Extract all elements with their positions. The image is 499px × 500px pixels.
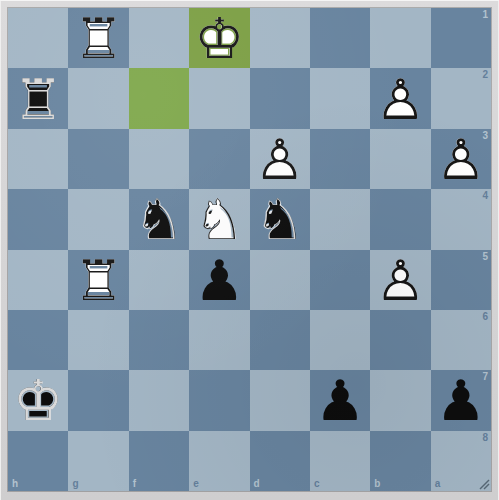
square-b8[interactable]: b (370, 431, 430, 491)
square-b2[interactable]: ♟♙ (370, 68, 430, 128)
square-a1[interactable]: 1 (431, 8, 491, 68)
white-pawn-outline: ♙ (431, 130, 491, 190)
black-knight[interactable]: ♞♘ (250, 189, 310, 249)
coord-file-c: c (314, 479, 320, 489)
black-knight[interactable]: ♞♘ (129, 189, 189, 249)
square-h3[interactable] (8, 129, 68, 189)
white-knight-outline: ♘ (189, 190, 249, 250)
white-king[interactable]: ♚♔ (189, 8, 249, 68)
black-knight-detail: ♘ (129, 190, 189, 250)
coord-rank-2: 2 (482, 70, 488, 80)
black-rook-glyph: ♜ (8, 69, 68, 129)
square-e4[interactable]: ♞♘ (189, 189, 249, 249)
square-f7[interactable] (129, 370, 189, 430)
white-pawn[interactable]: ♟♙ (370, 250, 430, 310)
white-knight-glyph: ♞ (189, 190, 249, 250)
square-g2[interactable] (68, 68, 128, 128)
square-b5[interactable]: ♟♙ (370, 250, 430, 310)
square-g3[interactable] (68, 129, 128, 189)
square-h4[interactable] (8, 189, 68, 249)
square-g7[interactable] (68, 370, 128, 430)
white-king-glyph: ♚ (189, 9, 249, 69)
white-pawn-outline: ♙ (370, 69, 430, 129)
coord-rank-1: 1 (482, 10, 488, 20)
white-pawn-glyph: ♟ (250, 130, 310, 190)
coord-file-h: h (12, 479, 18, 489)
square-f1[interactable] (129, 8, 189, 68)
coord-rank-4: 4 (482, 191, 488, 201)
black-knight-glyph: ♞ (250, 190, 310, 250)
square-b7[interactable] (370, 370, 430, 430)
square-h5[interactable] (8, 250, 68, 310)
square-c1[interactable] (310, 8, 370, 68)
square-c8[interactable]: c (310, 431, 370, 491)
square-h8[interactable]: h (8, 431, 68, 491)
black-knight-detail: ♘ (250, 190, 310, 250)
square-g4[interactable] (68, 189, 128, 249)
white-king-outline: ♔ (189, 9, 249, 69)
black-pawn-glyph: ♟ (431, 371, 491, 431)
square-e8[interactable]: e (189, 431, 249, 491)
white-pawn-glyph: ♟ (370, 69, 430, 129)
square-a7[interactable]: 7♟ (431, 370, 491, 430)
white-pawn-glyph: ♟ (370, 251, 430, 311)
square-g5[interactable]: ♜♖ (68, 250, 128, 310)
square-c5[interactable] (310, 250, 370, 310)
square-e5[interactable]: ♟ (189, 250, 249, 310)
diagonal-grip-icon[interactable] (477, 477, 490, 490)
white-rook[interactable]: ♜♖ (68, 250, 128, 310)
board: ♜♖♚♔1♜♖♟♙2♟♙3♟♙♞♘♞♘♞♘4♜♖♟♟♙56♚♔♟7♟hgfedc… (8, 8, 491, 491)
coord-rank-5: 5 (482, 252, 488, 262)
square-h2[interactable]: ♜♖ (8, 68, 68, 128)
square-h1[interactable] (8, 8, 68, 68)
square-d1[interactable] (250, 8, 310, 68)
square-b3[interactable] (370, 129, 430, 189)
coord-file-f: f (133, 479, 136, 489)
black-knight-glyph: ♞ (129, 190, 189, 250)
square-b6[interactable] (370, 310, 430, 370)
square-c6[interactable] (310, 310, 370, 370)
black-pawn[interactable]: ♟ (310, 370, 370, 430)
white-knight[interactable]: ♞♘ (189, 189, 249, 249)
coord-file-a: a (435, 479, 441, 489)
white-pawn[interactable]: ♟♙ (431, 129, 491, 189)
black-rook[interactable]: ♜♖ (8, 68, 68, 128)
square-h7[interactable]: ♚♔ (8, 370, 68, 430)
square-c7[interactable]: ♟ (310, 370, 370, 430)
black-king-detail: ♔ (8, 371, 68, 431)
white-rook-outline: ♖ (68, 9, 128, 69)
coord-file-d: d (254, 479, 260, 489)
square-a4[interactable]: 4 (431, 189, 491, 249)
square-b4[interactable] (370, 189, 430, 249)
square-a5[interactable]: 5 (431, 250, 491, 310)
square-d2[interactable] (250, 68, 310, 128)
square-a6[interactable]: 6 (431, 310, 491, 370)
white-pawn-glyph: ♟ (431, 130, 491, 190)
square-g6[interactable] (68, 310, 128, 370)
white-pawn[interactable]: ♟♙ (370, 68, 430, 128)
square-f6[interactable] (129, 310, 189, 370)
square-a3[interactable]: 3♟♙ (431, 129, 491, 189)
board-frame: ♜♖♚♔1♜♖♟♙2♟♙3♟♙♞♘♞♘♞♘4♜♖♟♟♙56♚♔♟7♟hgfedc… (0, 0, 499, 500)
square-g1[interactable]: ♜♖ (68, 8, 128, 68)
coord-rank-6: 6 (482, 312, 488, 322)
black-rook-detail: ♖ (8, 69, 68, 129)
coord-file-b: b (374, 479, 380, 489)
square-e2[interactable] (189, 68, 249, 128)
square-f3[interactable] (129, 129, 189, 189)
coord-rank-8: 8 (482, 433, 488, 443)
white-pawn-outline: ♙ (370, 251, 430, 311)
square-f4[interactable]: ♞♘ (129, 189, 189, 249)
black-pawn[interactable]: ♟ (189, 250, 249, 310)
black-pawn[interactable]: ♟ (431, 370, 491, 430)
coord-file-e: e (193, 479, 199, 489)
white-rook-outline: ♖ (68, 251, 128, 311)
square-d5[interactable] (250, 250, 310, 310)
square-d6[interactable] (250, 310, 310, 370)
white-pawn[interactable]: ♟♙ (250, 129, 310, 189)
square-c2[interactable] (310, 68, 370, 128)
square-a2[interactable]: 2 (431, 68, 491, 128)
square-h6[interactable] (8, 310, 68, 370)
square-e6[interactable] (189, 310, 249, 370)
black-pawn-glyph: ♟ (310, 371, 370, 431)
white-pawn-outline: ♙ (250, 130, 310, 190)
square-d8[interactable]: d (250, 431, 310, 491)
square-g8[interactable]: g (68, 431, 128, 491)
black-king-glyph: ♚ (8, 371, 68, 431)
white-rook[interactable]: ♜♖ (68, 8, 128, 68)
square-c4[interactable] (310, 189, 370, 249)
square-d4[interactable]: ♞♘ (250, 189, 310, 249)
square-f2[interactable] (129, 68, 189, 128)
black-pawn-glyph: ♟ (189, 251, 249, 311)
square-c3[interactable] (310, 129, 370, 189)
square-f8[interactable]: f (129, 431, 189, 491)
coord-file-g: g (72, 479, 78, 489)
square-e1[interactable]: ♚♔ (189, 8, 249, 68)
black-king[interactable]: ♚♔ (8, 370, 68, 430)
square-d3[interactable]: ♟♙ (250, 129, 310, 189)
square-e3[interactable] (189, 129, 249, 189)
white-rook-glyph: ♜ (68, 9, 128, 69)
square-b1[interactable] (370, 8, 430, 68)
square-e7[interactable] (189, 370, 249, 430)
square-f5[interactable] (129, 250, 189, 310)
square-d7[interactable] (250, 370, 310, 430)
white-rook-glyph: ♜ (68, 251, 128, 311)
